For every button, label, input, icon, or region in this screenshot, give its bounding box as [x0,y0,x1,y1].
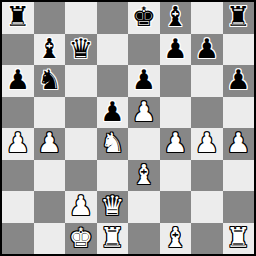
square-c6[interactable] [65,65,97,97]
square-d5[interactable]: ♟ [97,97,129,129]
square-h7[interactable] [223,34,255,66]
piece-black-king[interactable]: ♚ [132,3,156,30]
square-e2[interactable] [128,191,160,223]
square-b1[interactable] [34,223,66,255]
square-g4[interactable]: ♟ [191,128,223,160]
square-h2[interactable] [223,191,255,223]
square-c1[interactable]: ♚ [65,223,97,255]
square-d2[interactable]: ♛ [97,191,129,223]
square-b3[interactable] [34,160,66,192]
piece-white-pawn[interactable]: ♟ [163,129,187,156]
square-a5[interactable] [2,97,34,129]
square-g8[interactable] [191,2,223,34]
square-c8[interactable] [65,2,97,34]
square-h3[interactable] [223,160,255,192]
square-f2[interactable] [160,191,192,223]
piece-black-bishop[interactable]: ♝ [37,35,61,62]
square-e8[interactable]: ♚ [128,2,160,34]
square-e6[interactable]: ♟ [128,65,160,97]
piece-black-queen[interactable]: ♛ [69,35,93,62]
square-h8[interactable]: ♜ [223,2,255,34]
square-b7[interactable]: ♝ [34,34,66,66]
square-d4[interactable]: ♞ [97,128,129,160]
square-g1[interactable] [191,223,223,255]
piece-black-pawn[interactable]: ♟ [195,35,219,62]
square-g3[interactable] [191,160,223,192]
piece-black-pawn[interactable]: ♟ [163,35,187,62]
square-e5[interactable]: ♟ [128,97,160,129]
square-c7[interactable]: ♛ [65,34,97,66]
square-b6[interactable]: ♞ [34,65,66,97]
square-f6[interactable] [160,65,192,97]
square-h1[interactable]: ♜ [223,223,255,255]
square-f3[interactable] [160,160,192,192]
square-f1[interactable]: ♝ [160,223,192,255]
piece-black-pawn[interactable]: ♟ [132,66,156,93]
square-b4[interactable]: ♟ [34,128,66,160]
piece-white-king[interactable]: ♚ [69,224,93,251]
square-d6[interactable] [97,65,129,97]
chess-board: ♜♚♝♜♝♛♟♟♟♞♟♟♟♟♟♟♞♟♟♟♝♟♛♚♜♝♜ [0,0,256,256]
piece-black-knight[interactable]: ♞ [37,66,61,93]
square-c4[interactable] [65,128,97,160]
piece-black-bishop[interactable]: ♝ [163,3,187,30]
square-b2[interactable] [34,191,66,223]
piece-white-pawn[interactable]: ♟ [69,192,93,219]
piece-black-rook[interactable]: ♜ [226,3,250,30]
square-h6[interactable]: ♟ [223,65,255,97]
square-a2[interactable] [2,191,34,223]
piece-white-knight[interactable]: ♞ [100,129,124,156]
square-a7[interactable] [2,34,34,66]
square-c3[interactable] [65,160,97,192]
square-f8[interactable]: ♝ [160,2,192,34]
square-a1[interactable] [2,223,34,255]
square-e4[interactable] [128,128,160,160]
square-c5[interactable] [65,97,97,129]
square-a8[interactable]: ♜ [2,2,34,34]
piece-white-pawn[interactable]: ♟ [6,129,30,156]
piece-white-rook[interactable]: ♜ [226,224,250,251]
piece-black-pawn[interactable]: ♟ [100,98,124,125]
piece-white-bishop[interactable]: ♝ [163,224,187,251]
square-f4[interactable]: ♟ [160,128,192,160]
piece-white-pawn[interactable]: ♟ [226,129,250,156]
square-b5[interactable] [34,97,66,129]
square-a3[interactable] [2,160,34,192]
square-g7[interactable]: ♟ [191,34,223,66]
square-g6[interactable] [191,65,223,97]
piece-black-pawn[interactable]: ♟ [226,66,250,93]
piece-black-rook[interactable]: ♜ [6,3,30,30]
piece-white-pawn[interactable]: ♟ [195,129,219,156]
square-e3[interactable]: ♝ [128,160,160,192]
square-g2[interactable] [191,191,223,223]
piece-white-pawn[interactable]: ♟ [132,98,156,125]
square-a4[interactable]: ♟ [2,128,34,160]
square-e7[interactable] [128,34,160,66]
square-h5[interactable] [223,97,255,129]
square-d8[interactable] [97,2,129,34]
square-a6[interactable]: ♟ [2,65,34,97]
square-d1[interactable]: ♜ [97,223,129,255]
square-f5[interactable] [160,97,192,129]
square-b8[interactable] [34,2,66,34]
piece-black-pawn[interactable]: ♟ [6,66,30,93]
piece-white-queen[interactable]: ♛ [100,192,124,219]
square-c2[interactable]: ♟ [65,191,97,223]
piece-white-pawn[interactable]: ♟ [37,129,61,156]
square-h4[interactable]: ♟ [223,128,255,160]
square-d3[interactable] [97,160,129,192]
piece-white-rook[interactable]: ♜ [100,224,124,251]
square-e1[interactable] [128,223,160,255]
piece-white-bishop[interactable]: ♝ [132,161,156,188]
square-f7[interactable]: ♟ [160,34,192,66]
square-d7[interactable] [97,34,129,66]
square-g5[interactable] [191,97,223,129]
